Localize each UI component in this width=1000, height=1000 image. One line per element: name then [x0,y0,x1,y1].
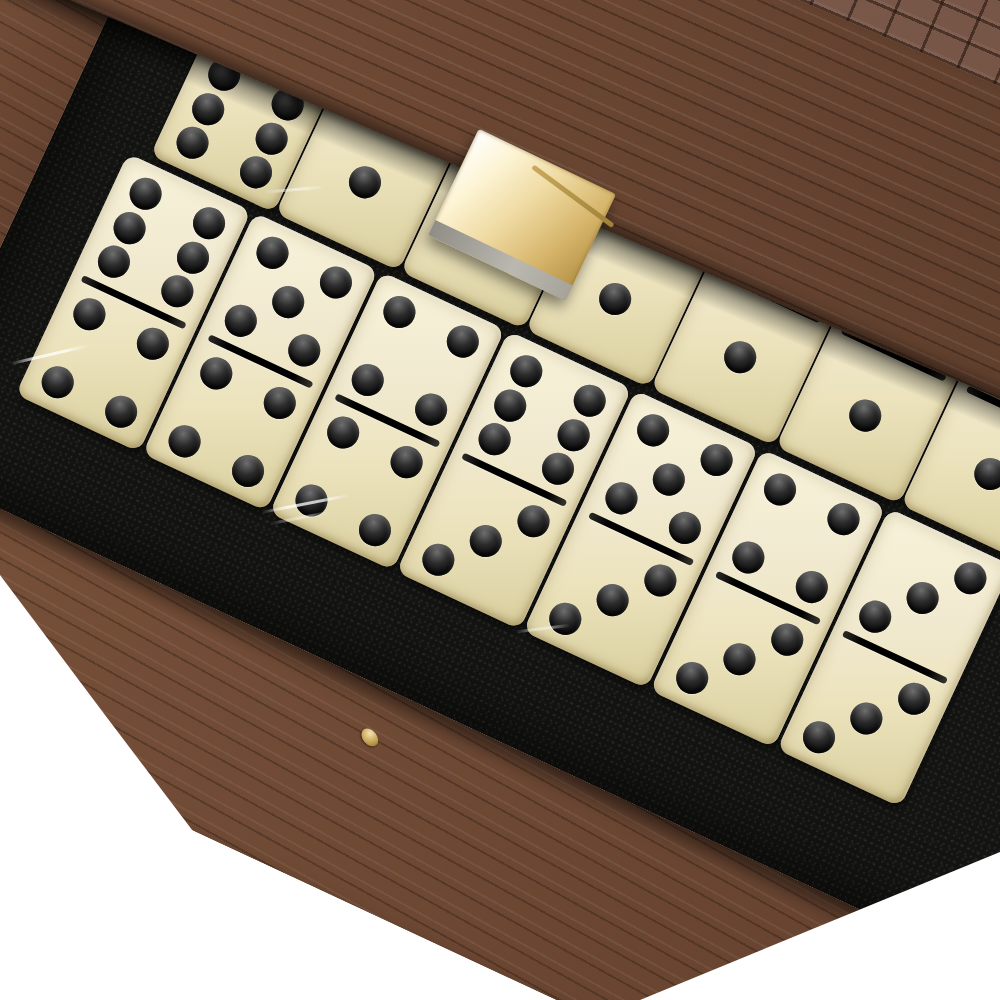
pip [92,240,135,283]
pip [163,420,206,463]
pip [639,560,682,603]
pip [537,447,580,490]
pip [592,578,635,621]
pip [949,557,992,600]
pip [544,597,587,640]
pip [718,638,761,681]
pip [766,619,809,662]
pip [386,441,429,484]
pip [648,458,691,501]
pip [969,452,1000,495]
pip [489,384,532,427]
pip [259,382,302,425]
pip [505,350,548,393]
pip [569,380,612,423]
pip [727,536,770,579]
pip [321,411,364,454]
wooden-case [0,0,1000,1000]
pip [124,172,167,215]
pip [600,477,643,520]
pip [664,507,707,550]
pip [108,206,151,249]
pip [758,468,801,511]
pip [902,576,945,619]
pip [171,121,214,164]
pip [553,414,596,457]
pip [132,323,175,366]
pip [791,566,834,609]
pip [671,656,714,699]
domino-case-photo [0,0,1000,1000]
pip [719,336,762,379]
pip [68,293,111,336]
pip [315,262,358,305]
pip [473,418,516,461]
pip [512,500,555,543]
pip [172,236,215,279]
pip [798,716,841,759]
pip [631,409,674,452]
pip [219,299,262,342]
pip [157,270,200,313]
pip [696,439,739,482]
pip [346,358,389,401]
pip [854,595,897,638]
pip [893,678,936,721]
pip [465,519,508,562]
pip [594,277,637,320]
pip [822,498,865,541]
pip [267,280,310,323]
pip [100,390,143,433]
pip [195,352,238,395]
pip [36,361,79,404]
pip [417,538,460,581]
pip [227,450,270,493]
pip [354,509,397,552]
pip [344,161,387,204]
pip [442,321,485,364]
pip [251,232,294,275]
pip [378,291,421,334]
pip [844,394,887,437]
pip [235,151,278,194]
pip [283,329,326,372]
pip [845,697,888,740]
pip [188,202,231,245]
pip [410,388,453,431]
